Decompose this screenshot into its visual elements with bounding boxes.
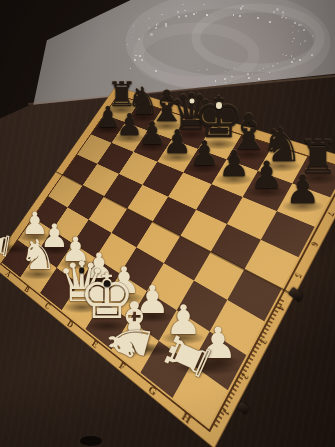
- photo-scene: ABCDEFGH12345678 ♜♞♝♛♚♝♞♜♟♟♟♟♟♟♟♟♟♟♟♟♟♟♟…: [0, 0, 335, 447]
- rank-label-7: 7: [323, 207, 335, 221]
- table-shadow-mark: [80, 436, 102, 446]
